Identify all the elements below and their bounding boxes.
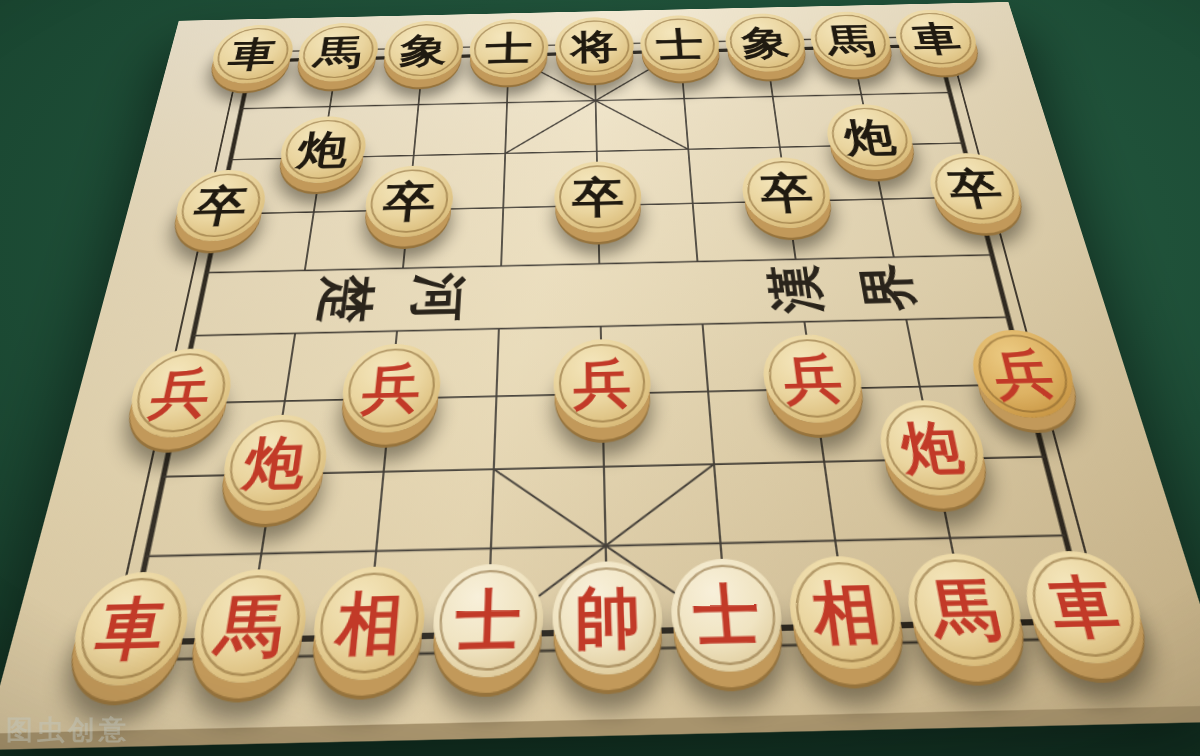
watermark: 图虫创意 xyxy=(6,712,130,748)
piece-black-chariot-f0r0[interactable]: 車 xyxy=(207,24,298,84)
piece-red-advisor-f5r9[interactable]: 士 xyxy=(669,558,788,673)
piece-black-elephant-f6r0[interactable]: 象 xyxy=(722,12,809,72)
piece-black-elephant-f2r0[interactable]: 象 xyxy=(381,20,465,80)
pieces-layer: 車馬象士将士象馬車炮炮卒卒卒卒卒兵兵兵兵兵炮炮車馬相士帥士相馬車 xyxy=(0,2,1200,734)
xiangqi-board: 楚河 漢界 車馬象士将士象馬車炮炮卒卒卒卒卒兵兵兵兵兵炮炮車馬相士帥士相馬車 xyxy=(0,2,1200,734)
piece-black-horse-f7r0[interactable]: 馬 xyxy=(806,11,896,71)
piece-black-advisor-f5r0[interactable]: 士 xyxy=(639,14,722,74)
piece-red-soldier-f8r6[interactable]: 兵 xyxy=(964,329,1084,419)
piece-red-soldier-f6r6[interactable]: 兵 xyxy=(759,333,868,423)
piece-black-soldier-f8r3[interactable]: 卒 xyxy=(923,152,1028,224)
piece-black-soldier-f4r3[interactable]: 卒 xyxy=(554,161,643,234)
piece-red-soldier-f0r6[interactable]: 兵 xyxy=(122,347,238,438)
piece-red-cannon-f1r7[interactable]: 炮 xyxy=(216,414,331,512)
piece-red-cannon-f7r7[interactable]: 炮 xyxy=(873,399,993,496)
piece-black-soldier-f0r3[interactable]: 卒 xyxy=(169,169,271,242)
piece-black-soldier-f2r3[interactable]: 卒 xyxy=(362,165,455,238)
piece-red-soldier-f2r6[interactable]: 兵 xyxy=(338,343,443,434)
piece-red-general-f4r9[interactable]: 帥 xyxy=(552,561,665,676)
piece-red-elephant-f2r9[interactable]: 相 xyxy=(308,566,428,682)
piece-black-soldier-f6r3[interactable]: 卒 xyxy=(739,157,836,230)
piece-black-general-f4r0[interactable]: 将 xyxy=(555,16,635,76)
piece-red-horse-f7r9[interactable]: 馬 xyxy=(900,553,1032,668)
piece-red-elephant-f6r9[interactable]: 相 xyxy=(784,556,909,671)
piece-red-chariot-f8r9[interactable]: 車 xyxy=(1016,550,1155,665)
piece-red-advisor-f3r9[interactable]: 士 xyxy=(430,564,544,680)
piece-red-horse-f1r9[interactable]: 馬 xyxy=(185,569,312,685)
photo-scene: 楚河 漢界 車馬象士将士象馬車炮炮卒卒卒卒卒兵兵兵兵兵炮炮車馬相士帥士相馬車 图… xyxy=(0,0,1200,756)
piece-black-cannon-f1r2[interactable]: 炮 xyxy=(275,116,369,184)
piece-black-chariot-f8r0[interactable]: 車 xyxy=(890,9,984,68)
piece-black-cannon-f7r2[interactable]: 炮 xyxy=(822,103,919,171)
piece-black-horse-f1r0[interactable]: 馬 xyxy=(294,22,381,82)
piece-red-soldier-f4r6[interactable]: 兵 xyxy=(553,338,652,428)
piece-black-advisor-f3r0[interactable]: 士 xyxy=(468,18,549,78)
piece-red-chariot-f0r9[interactable]: 車 xyxy=(63,571,197,687)
